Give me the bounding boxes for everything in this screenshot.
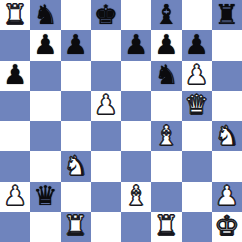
square-c6[interactable] <box>61 61 91 91</box>
square-e5[interactable] <box>121 91 151 121</box>
square-d6[interactable] <box>91 61 121 91</box>
square-e2[interactable]: ♝ <box>121 182 151 212</box>
square-g2[interactable] <box>182 182 212 212</box>
piece-black-rook-h8[interactable]: ♜ <box>215 1 239 28</box>
square-g4[interactable] <box>182 121 212 151</box>
square-a7[interactable] <box>0 30 30 60</box>
piece-black-pawn-c7[interactable]: ♟ <box>64 31 88 58</box>
square-a2[interactable]: ♟ <box>0 182 30 212</box>
square-c5[interactable] <box>61 91 91 121</box>
square-d1[interactable] <box>91 212 121 242</box>
square-f1[interactable]: ♜ <box>151 212 181 242</box>
chess-board: ♜♞♚♝♜♟♟♟♟♟♟♞♟♟♛♝♞♞♟♛♝♟♜♜♚ <box>0 0 242 242</box>
square-b6[interactable] <box>30 61 60 91</box>
piece-black-pawn-e7[interactable]: ♟ <box>124 31 148 58</box>
square-f8[interactable]: ♝ <box>151 0 181 30</box>
square-g6[interactable]: ♟ <box>182 61 212 91</box>
square-e8[interactable] <box>121 0 151 30</box>
square-h6[interactable] <box>212 61 242 91</box>
square-e7[interactable]: ♟ <box>121 30 151 60</box>
piece-white-knight-c3[interactable]: ♞ <box>64 152 88 179</box>
square-c1[interactable]: ♜ <box>61 212 91 242</box>
piece-white-bishop-e2[interactable]: ♝ <box>124 182 148 209</box>
piece-black-queen-b2[interactable]: ♛ <box>33 182 57 209</box>
square-b1[interactable] <box>30 212 60 242</box>
piece-white-queen-g5[interactable]: ♛ <box>185 91 209 118</box>
square-g7[interactable]: ♟ <box>182 30 212 60</box>
square-d7[interactable] <box>91 30 121 60</box>
piece-black-pawn-g7[interactable]: ♟ <box>185 31 209 58</box>
square-e3[interactable] <box>121 151 151 181</box>
square-d4[interactable] <box>91 121 121 151</box>
piece-white-knight-h4[interactable]: ♞ <box>215 122 239 149</box>
piece-black-bishop-f8[interactable]: ♝ <box>154 1 178 28</box>
square-h3[interactable] <box>212 151 242 181</box>
piece-white-pawn-g6[interactable]: ♟ <box>185 61 209 88</box>
piece-black-knight-f6[interactable]: ♞ <box>154 61 178 88</box>
square-f5[interactable] <box>151 91 181 121</box>
square-e6[interactable] <box>121 61 151 91</box>
square-c3[interactable]: ♞ <box>61 151 91 181</box>
square-a4[interactable] <box>0 121 30 151</box>
square-c8[interactable] <box>61 0 91 30</box>
square-d3[interactable] <box>91 151 121 181</box>
square-b3[interactable] <box>30 151 60 181</box>
square-h5[interactable] <box>212 91 242 121</box>
square-f4[interactable]: ♝ <box>151 121 181 151</box>
square-g1[interactable] <box>182 212 212 242</box>
piece-white-pawn-h2[interactable]: ♟ <box>215 182 239 209</box>
piece-white-pawn-a2[interactable]: ♟ <box>3 182 27 209</box>
piece-black-pawn-a6[interactable]: ♟ <box>3 61 27 88</box>
square-h8[interactable]: ♜ <box>212 0 242 30</box>
square-f6[interactable]: ♞ <box>151 61 181 91</box>
square-f7[interactable]: ♟ <box>151 30 181 60</box>
square-f2[interactable] <box>151 182 181 212</box>
square-d5[interactable]: ♟ <box>91 91 121 121</box>
piece-black-king-d8[interactable]: ♚ <box>94 1 118 28</box>
square-g3[interactable] <box>182 151 212 181</box>
piece-white-bishop-f4[interactable]: ♝ <box>154 122 178 149</box>
square-g5[interactable]: ♛ <box>182 91 212 121</box>
square-d2[interactable] <box>91 182 121 212</box>
square-h1[interactable]: ♚ <box>212 212 242 242</box>
square-a5[interactable] <box>0 91 30 121</box>
square-e4[interactable] <box>121 121 151 151</box>
square-h7[interactable] <box>212 30 242 60</box>
square-a6[interactable]: ♟ <box>0 61 30 91</box>
square-h2[interactable]: ♟ <box>212 182 242 212</box>
piece-black-knight-b8[interactable]: ♞ <box>33 1 57 28</box>
square-a3[interactable] <box>0 151 30 181</box>
square-c7[interactable]: ♟ <box>61 30 91 60</box>
square-d8[interactable]: ♚ <box>91 0 121 30</box>
square-b8[interactable]: ♞ <box>30 0 60 30</box>
piece-black-pawn-b7[interactable]: ♟ <box>33 31 57 58</box>
square-f3[interactable] <box>151 151 181 181</box>
piece-white-king-h1[interactable]: ♚ <box>215 212 239 239</box>
square-c4[interactable] <box>61 121 91 151</box>
square-c2[interactable] <box>61 182 91 212</box>
square-a8[interactable]: ♜ <box>0 0 30 30</box>
piece-black-pawn-f7[interactable]: ♟ <box>154 31 178 58</box>
square-b7[interactable]: ♟ <box>30 30 60 60</box>
piece-white-rook-c1[interactable]: ♜ <box>64 212 88 239</box>
square-g8[interactable] <box>182 0 212 30</box>
square-h4[interactable]: ♞ <box>212 121 242 151</box>
square-b5[interactable] <box>30 91 60 121</box>
square-a1[interactable] <box>0 212 30 242</box>
piece-white-pawn-d5[interactable]: ♟ <box>94 91 118 118</box>
piece-white-rook-a8[interactable]: ♜ <box>3 1 27 28</box>
square-b4[interactable] <box>30 121 60 151</box>
square-e1[interactable] <box>121 212 151 242</box>
piece-white-rook-f1[interactable]: ♜ <box>154 212 178 239</box>
square-b2[interactable]: ♛ <box>30 182 60 212</box>
